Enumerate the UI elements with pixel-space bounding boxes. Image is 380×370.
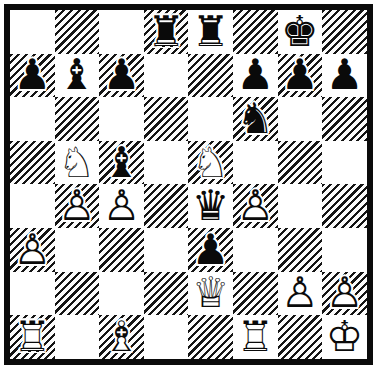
square-b5[interactable]: ♞♘ bbox=[55, 141, 100, 185]
piece-black-rook: ♜♜ bbox=[188, 10, 233, 54]
piece-white-knight: ♞♘ bbox=[188, 141, 233, 185]
square-b2[interactable] bbox=[55, 272, 100, 316]
square-a5[interactable] bbox=[10, 141, 55, 185]
piece-glyph: ♔ bbox=[322, 315, 367, 359]
square-c2[interactable] bbox=[99, 272, 144, 316]
square-c6[interactable] bbox=[99, 97, 144, 141]
square-f3[interactable] bbox=[233, 228, 278, 272]
piece-black-pawn: ♟♟ bbox=[188, 228, 233, 272]
piece-black-pawn: ♟♟ bbox=[10, 54, 55, 98]
square-a1[interactable]: ♜♖ bbox=[10, 315, 55, 359]
square-b3[interactable] bbox=[55, 228, 100, 272]
square-c5[interactable]: ♝♝ bbox=[99, 141, 144, 185]
square-f5[interactable] bbox=[233, 141, 278, 185]
square-d3[interactable] bbox=[144, 228, 189, 272]
piece-white-pawn: ♟♙ bbox=[99, 184, 144, 228]
square-a6[interactable] bbox=[10, 97, 55, 141]
square-e8[interactable]: ♜♜ bbox=[188, 10, 233, 54]
square-a2[interactable] bbox=[10, 272, 55, 316]
piece-black-pawn: ♟♟ bbox=[99, 54, 144, 98]
piece-white-pawn: ♟♙ bbox=[278, 272, 323, 316]
square-e7[interactable] bbox=[188, 54, 233, 98]
square-c1[interactable]: ♝♗ bbox=[99, 315, 144, 359]
square-f1[interactable]: ♜♖ bbox=[233, 315, 278, 359]
square-h4[interactable] bbox=[322, 184, 367, 228]
piece-black-pawn: ♟♟ bbox=[322, 54, 367, 98]
square-b4[interactable]: ♟♙ bbox=[55, 184, 100, 228]
piece-glyph: ♖ bbox=[233, 315, 278, 359]
square-e1[interactable] bbox=[188, 315, 233, 359]
piece-glyph: ♘ bbox=[188, 141, 233, 185]
piece-glyph: ♙ bbox=[10, 228, 55, 272]
square-d2[interactable] bbox=[144, 272, 189, 316]
square-h1[interactable]: ♚♔ bbox=[322, 315, 367, 359]
square-f4[interactable]: ♟♙ bbox=[233, 184, 278, 228]
piece-glyph: ♙ bbox=[233, 184, 278, 228]
piece-glyph: ♝ bbox=[55, 54, 100, 98]
page: ♜♜♜♜♚♚♟♟♝♝♟♟♟♟♟♟♟♟♞♞♞♘♝♝♞♘♟♙♟♙♛♛♟♙♟♙♟♟♛♕… bbox=[0, 0, 380, 370]
piece-white-knight: ♞♘ bbox=[55, 141, 100, 185]
square-e4[interactable]: ♛♛ bbox=[188, 184, 233, 228]
piece-white-queen: ♛♕ bbox=[188, 272, 233, 316]
piece-glyph: ♟ bbox=[188, 228, 233, 272]
square-h6[interactable] bbox=[322, 97, 367, 141]
square-c7[interactable]: ♟♟ bbox=[99, 54, 144, 98]
square-b6[interactable] bbox=[55, 97, 100, 141]
piece-glyph: ♞ bbox=[233, 97, 278, 141]
square-d8[interactable]: ♜♜ bbox=[144, 10, 189, 54]
square-g6[interactable] bbox=[278, 97, 323, 141]
square-h5[interactable] bbox=[322, 141, 367, 185]
square-g7[interactable]: ♟♟ bbox=[278, 54, 323, 98]
piece-glyph: ♟ bbox=[233, 54, 278, 98]
piece-glyph: ♙ bbox=[55, 184, 100, 228]
piece-glyph: ♙ bbox=[322, 272, 367, 316]
piece-white-pawn: ♟♙ bbox=[322, 272, 367, 316]
square-g2[interactable]: ♟♙ bbox=[278, 272, 323, 316]
piece-black-bishop: ♝♝ bbox=[55, 54, 100, 98]
piece-black-rook: ♜♜ bbox=[144, 10, 189, 54]
piece-white-rook: ♜♖ bbox=[10, 315, 55, 359]
piece-glyph: ♚ bbox=[278, 10, 323, 54]
chess-board: ♜♜♜♜♚♚♟♟♝♝♟♟♟♟♟♟♟♟♞♞♞♘♝♝♞♘♟♙♟♙♛♛♟♙♟♙♟♟♛♕… bbox=[4, 4, 373, 365]
piece-black-pawn: ♟♟ bbox=[278, 54, 323, 98]
square-g4[interactable] bbox=[278, 184, 323, 228]
square-c8[interactable] bbox=[99, 10, 144, 54]
piece-glyph: ♟ bbox=[278, 54, 323, 98]
piece-glyph: ♝ bbox=[99, 141, 144, 185]
piece-glyph: ♕ bbox=[188, 272, 233, 316]
piece-glyph: ♛ bbox=[188, 184, 233, 228]
square-e2[interactable]: ♛♕ bbox=[188, 272, 233, 316]
square-a8[interactable] bbox=[10, 10, 55, 54]
square-d4[interactable] bbox=[144, 184, 189, 228]
square-b8[interactable] bbox=[55, 10, 100, 54]
piece-white-bishop: ♝♗ bbox=[99, 315, 144, 359]
piece-glyph: ♗ bbox=[99, 315, 144, 359]
square-h8[interactable] bbox=[322, 10, 367, 54]
piece-glyph: ♟ bbox=[322, 54, 367, 98]
square-h3[interactable] bbox=[322, 228, 367, 272]
square-e5[interactable]: ♞♘ bbox=[188, 141, 233, 185]
piece-white-pawn: ♟♙ bbox=[10, 228, 55, 272]
piece-glyph: ♘ bbox=[55, 141, 100, 185]
square-h7[interactable]: ♟♟ bbox=[322, 54, 367, 98]
square-d1[interactable] bbox=[144, 315, 189, 359]
square-h2[interactable]: ♟♙ bbox=[322, 272, 367, 316]
square-e3[interactable]: ♟♟ bbox=[188, 228, 233, 272]
piece-black-queen: ♛♛ bbox=[188, 184, 233, 228]
piece-glyph: ♖ bbox=[10, 315, 55, 359]
square-e6[interactable] bbox=[188, 97, 233, 141]
square-d6[interactable] bbox=[144, 97, 189, 141]
piece-white-king: ♚♔ bbox=[322, 315, 367, 359]
piece-glyph: ♟ bbox=[99, 54, 144, 98]
piece-glyph: ♙ bbox=[278, 272, 323, 316]
square-d7[interactable] bbox=[144, 54, 189, 98]
piece-black-pawn: ♟♟ bbox=[233, 54, 278, 98]
piece-glyph: ♟ bbox=[10, 54, 55, 98]
square-d5[interactable] bbox=[144, 141, 189, 185]
square-a7[interactable]: ♟♟ bbox=[10, 54, 55, 98]
piece-glyph: ♜ bbox=[144, 10, 189, 54]
piece-glyph: ♙ bbox=[99, 184, 144, 228]
square-g5[interactable] bbox=[278, 141, 323, 185]
square-f2[interactable] bbox=[233, 272, 278, 316]
square-a3[interactable]: ♟♙ bbox=[10, 228, 55, 272]
piece-glyph: ♜ bbox=[188, 10, 233, 54]
square-f8[interactable] bbox=[233, 10, 278, 54]
square-a4[interactable] bbox=[10, 184, 55, 228]
piece-white-pawn: ♟♙ bbox=[233, 184, 278, 228]
square-g8[interactable]: ♚♚ bbox=[278, 10, 323, 54]
square-b1[interactable] bbox=[55, 315, 100, 359]
piece-white-rook: ♜♖ bbox=[233, 315, 278, 359]
square-f7[interactable]: ♟♟ bbox=[233, 54, 278, 98]
square-g3[interactable] bbox=[278, 228, 323, 272]
piece-black-bishop: ♝♝ bbox=[99, 141, 144, 185]
piece-black-knight: ♞♞ bbox=[233, 97, 278, 141]
piece-black-king: ♚♚ bbox=[278, 10, 323, 54]
square-c4[interactable]: ♟♙ bbox=[99, 184, 144, 228]
square-c3[interactable] bbox=[99, 228, 144, 272]
square-g1[interactable] bbox=[278, 315, 323, 359]
square-f6[interactable]: ♞♞ bbox=[233, 97, 278, 141]
piece-white-pawn: ♟♙ bbox=[55, 184, 100, 228]
square-b7[interactable]: ♝♝ bbox=[55, 54, 100, 98]
